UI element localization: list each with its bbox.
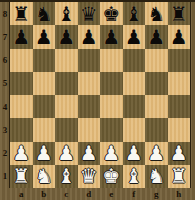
chess-board-widget: 87654321 ♜♞♝♛♚♝♞♜♟♟♟♟♟♟♟♟♟♟♟♟♟♟♟♟♜♞♝♛♚♝♞…: [0, 0, 195, 200]
square-c5[interactable]: [55, 72, 78, 95]
square-h4[interactable]: [168, 95, 191, 118]
black-pawn[interactable]: ♟: [57, 27, 75, 47]
black-knight[interactable]: ♞: [35, 4, 53, 24]
square-g7[interactable]: ♟: [145, 25, 168, 48]
square-d6[interactable]: [78, 49, 101, 72]
square-c2[interactable]: ♟: [55, 142, 78, 165]
square-a1[interactable]: ♜: [10, 165, 33, 188]
white-knight[interactable]: ♞: [147, 166, 165, 186]
white-rook[interactable]: ♜: [12, 166, 30, 186]
square-f4[interactable]: [123, 95, 146, 118]
square-c4[interactable]: [55, 95, 78, 118]
rank-label-8: 8: [0, 2, 10, 25]
square-d1[interactable]: ♛: [78, 165, 101, 188]
square-b8[interactable]: ♞: [33, 2, 56, 25]
white-bishop[interactable]: ♝: [125, 166, 143, 186]
file-label-b: b: [33, 188, 56, 200]
square-a7[interactable]: ♟: [10, 25, 33, 48]
square-a2[interactable]: ♟: [10, 142, 33, 165]
square-d4[interactable]: [78, 95, 101, 118]
file-label-c: c: [55, 188, 78, 200]
square-d8[interactable]: ♛: [78, 2, 101, 25]
file-label-a: a: [10, 188, 33, 200]
square-g2[interactable]: ♟: [145, 142, 168, 165]
black-king[interactable]: ♚: [102, 4, 120, 24]
white-knight[interactable]: ♞: [35, 166, 53, 186]
black-bishop[interactable]: ♝: [57, 4, 75, 24]
square-h7[interactable]: ♟: [168, 25, 191, 48]
rank-label-3: 3: [0, 118, 10, 141]
square-f7[interactable]: ♟: [123, 25, 146, 48]
square-b1[interactable]: ♞: [33, 165, 56, 188]
white-pawn[interactable]: ♟: [102, 143, 120, 163]
white-pawn[interactable]: ♟: [57, 143, 75, 163]
square-d3[interactable]: [78, 118, 101, 141]
square-f6[interactable]: [123, 49, 146, 72]
rank-label-5: 5: [0, 72, 10, 95]
square-g5[interactable]: [145, 72, 168, 95]
black-pawn[interactable]: ♟: [170, 27, 188, 47]
rank-label-6: 6: [0, 49, 10, 72]
square-a4[interactable]: [10, 95, 33, 118]
file-labels: abcdefgh: [10, 188, 190, 200]
white-pawn[interactable]: ♟: [147, 143, 165, 163]
rank-label-7: 7: [0, 25, 10, 48]
square-g4[interactable]: [145, 95, 168, 118]
square-e2[interactable]: ♟: [100, 142, 123, 165]
rank-label-1: 1: [0, 165, 10, 188]
square-d2[interactable]: ♟: [78, 142, 101, 165]
black-knight[interactable]: ♞: [147, 4, 165, 24]
square-a5[interactable]: [10, 72, 33, 95]
square-b7[interactable]: ♟: [33, 25, 56, 48]
white-pawn[interactable]: ♟: [170, 143, 188, 163]
square-b2[interactable]: ♟: [33, 142, 56, 165]
square-h8[interactable]: ♜: [168, 2, 191, 25]
file-label-d: d: [78, 188, 101, 200]
square-c6[interactable]: [55, 49, 78, 72]
square-b5[interactable]: [33, 72, 56, 95]
rank-label-4: 4: [0, 95, 10, 118]
white-pawn[interactable]: ♟: [35, 143, 53, 163]
square-d7[interactable]: ♟: [78, 25, 101, 48]
white-pawn[interactable]: ♟: [80, 143, 98, 163]
rank-label-2: 2: [0, 142, 10, 165]
square-e3[interactable]: [100, 118, 123, 141]
black-pawn[interactable]: ♟: [35, 27, 53, 47]
square-h2[interactable]: ♟: [168, 142, 191, 165]
square-f3[interactable]: [123, 118, 146, 141]
file-label-g: g: [145, 188, 168, 200]
square-c7[interactable]: ♟: [55, 25, 78, 48]
black-pawn[interactable]: ♟: [125, 27, 143, 47]
square-c1[interactable]: ♝: [55, 165, 78, 188]
square-g8[interactable]: ♞: [145, 2, 168, 25]
chess-board[interactable]: ♜♞♝♛♚♝♞♜♟♟♟♟♟♟♟♟♟♟♟♟♟♟♟♟♜♞♝♛♚♝♞♜: [10, 2, 190, 188]
square-b4[interactable]: [33, 95, 56, 118]
square-c3[interactable]: [55, 118, 78, 141]
square-e1[interactable]: ♚: [100, 165, 123, 188]
file-label-h: h: [168, 188, 191, 200]
square-e8[interactable]: ♚: [100, 2, 123, 25]
square-b6[interactable]: [33, 49, 56, 72]
square-f8[interactable]: ♝: [123, 2, 146, 25]
square-c8[interactable]: ♝: [55, 2, 78, 25]
square-g6[interactable]: [145, 49, 168, 72]
rank-labels: 87654321: [0, 2, 10, 188]
square-a8[interactable]: ♜: [10, 2, 33, 25]
square-h5[interactable]: [168, 72, 191, 95]
black-pawn[interactable]: ♟: [147, 27, 165, 47]
white-king[interactable]: ♚: [102, 166, 120, 186]
square-e7[interactable]: ♟: [100, 25, 123, 48]
white-pawn[interactable]: ♟: [125, 143, 143, 163]
square-f2[interactable]: ♟: [123, 142, 146, 165]
square-e6[interactable]: [100, 49, 123, 72]
square-h3[interactable]: [168, 118, 191, 141]
black-bishop[interactable]: ♝: [125, 4, 143, 24]
square-h6[interactable]: [168, 49, 191, 72]
black-queen[interactable]: ♛: [80, 4, 98, 24]
square-e5[interactable]: [100, 72, 123, 95]
black-pawn[interactable]: ♟: [12, 27, 30, 47]
white-pawn[interactable]: ♟: [12, 143, 30, 163]
white-rook[interactable]: ♜: [170, 166, 188, 186]
file-label-e: e: [100, 188, 123, 200]
file-label-f: f: [123, 188, 146, 200]
black-pawn[interactable]: ♟: [102, 27, 120, 47]
black-rook[interactable]: ♜: [12, 4, 30, 24]
white-queen[interactable]: ♛: [80, 166, 98, 186]
square-g1[interactable]: ♞: [145, 165, 168, 188]
square-e4[interactable]: [100, 95, 123, 118]
black-rook[interactable]: ♜: [170, 4, 188, 24]
black-pawn[interactable]: ♟: [80, 27, 98, 47]
square-d5[interactable]: [78, 72, 101, 95]
white-bishop[interactable]: ♝: [57, 166, 75, 186]
square-a3[interactable]: [10, 118, 33, 141]
square-g3[interactable]: [145, 118, 168, 141]
square-f5[interactable]: [123, 72, 146, 95]
square-b3[interactable]: [33, 118, 56, 141]
square-h1[interactable]: ♜: [168, 165, 191, 188]
square-f1[interactable]: ♝: [123, 165, 146, 188]
square-a6[interactable]: [10, 49, 33, 72]
